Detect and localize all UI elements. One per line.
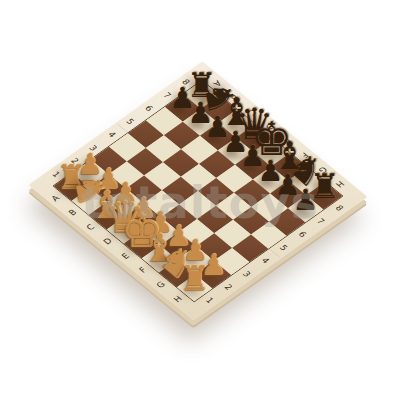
square-h1: ♜	[177, 274, 213, 302]
board-grid: ♜♞♝♛♚♝♞♜♟♟♟♟♟♟♟♟♟♟♟♟♟♟♟♟♜♞♝♛♚♝♞♜	[52, 80, 343, 303]
black-pawn-h7: ♟	[293, 187, 319, 213]
board-perspective-wrapper: ABCDEFGHABCDEFGH8765432187654321 ♜♞♝♛♚♝♞…	[28, 61, 367, 320]
chess-set-product-photo: ABCDEFGHABCDEFGH8765432187654321 ♜♞♝♛♚♝♞…	[0, 0, 400, 400]
white-rook-h1: ♜	[182, 265, 208, 291]
chess-board: ABCDEFGHABCDEFGH8765432187654321 ♜♞♝♛♚♝♞…	[28, 61, 367, 320]
